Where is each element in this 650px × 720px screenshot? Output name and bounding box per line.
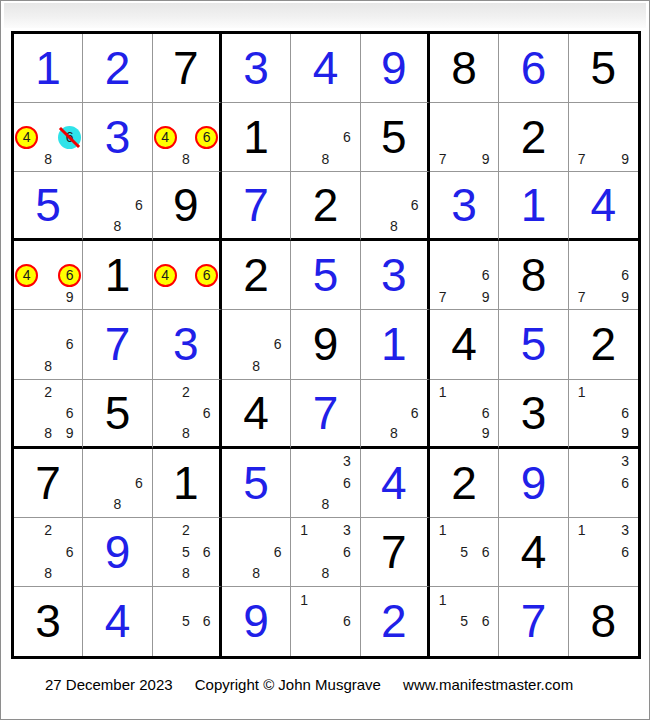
cell-r6c3[interactable]: 268: [153, 380, 222, 449]
solved-digit: 2: [381, 598, 407, 644]
candidate-digit: 9: [482, 151, 490, 167]
candidate-digit: 6: [66, 267, 74, 283]
candidate-1: 1: [432, 382, 453, 403]
candidate-6: 6: [59, 334, 80, 355]
candidate-6: 6: [59, 402, 80, 423]
candidate-4-circled: 4: [16, 126, 37, 147]
candidate-grid: 469: [16, 243, 80, 307]
cell-r3c2[interactable]: 68: [83, 172, 152, 241]
cell-r6c5[interactable]: 7: [291, 380, 360, 449]
candidate-digit: 6: [66, 544, 74, 560]
cell-r4c5[interactable]: 5: [291, 241, 360, 310]
candidate-digit: 2: [44, 522, 52, 538]
cell-r7c7[interactable]: 2: [430, 449, 499, 518]
candidate-9: 9: [614, 423, 636, 444]
candidate-digit: 6: [411, 197, 419, 213]
cell-r6c7[interactable]: 169: [430, 380, 499, 449]
candidate-digit: 8: [44, 565, 52, 581]
cell-r5c8[interactable]: 5: [499, 310, 568, 379]
given-digit: 3: [35, 598, 61, 644]
candidate-grid: 679: [432, 243, 496, 307]
candidate-digit: 9: [482, 289, 490, 305]
candidate-8: 8: [175, 563, 196, 584]
candidate-grid: 268: [155, 382, 217, 444]
given-digit: 8: [591, 598, 617, 644]
solved-digit: 1: [381, 321, 407, 367]
solved-digit: 5: [313, 252, 339, 298]
solved-digit: 9: [243, 598, 269, 644]
candidate-6: 6: [196, 541, 217, 562]
candidate-grid: 68: [224, 520, 288, 584]
cell-r1c2[interactable]: 2: [83, 34, 152, 103]
solved-digit: 4: [591, 182, 617, 228]
candidate-6: 6: [475, 265, 496, 286]
given-digit: 7: [35, 460, 61, 506]
cell-r8c6[interactable]: 7: [361, 518, 430, 587]
candidate-digit: 8: [114, 218, 122, 234]
cell-r8c1[interactable]: 268: [14, 518, 83, 587]
cell-r9c2[interactable]: 4: [83, 587, 152, 656]
candidate-6: 6: [475, 541, 496, 562]
solved-digit: 3: [105, 114, 131, 160]
candidate-6: 6: [614, 265, 636, 286]
candidate-grid: 169: [432, 382, 496, 444]
candidate-digit: 1: [578, 384, 586, 400]
candidate-digit: 6: [203, 613, 211, 629]
footer-copyright: Copyright © John Musgrave: [195, 676, 381, 693]
candidate-3: 3: [336, 451, 357, 472]
cell-r2c1[interactable]: 468: [14, 103, 83, 172]
candidate-digit: 8: [44, 151, 52, 167]
candidate-grid: 68: [363, 174, 425, 236]
candidate-8: 8: [245, 563, 266, 584]
candidate-8: 8: [107, 493, 128, 514]
candidate-grid: 468: [155, 105, 217, 169]
candidate-5: 5: [175, 541, 196, 562]
candidate-8: 8: [37, 148, 58, 169]
solved-digit: 5: [35, 182, 61, 228]
solved-digit: 4: [381, 460, 407, 506]
cell-r6c8[interactable]: 3: [499, 380, 568, 449]
cell-r1c1[interactable]: 1: [14, 34, 83, 103]
candidate-digit: 6: [135, 197, 143, 213]
cell-r9c6[interactable]: 2: [361, 587, 430, 656]
cell-r7c4[interactable]: 5: [222, 449, 291, 518]
cell-r6c9[interactable]: 169: [569, 380, 638, 449]
candidate-9: 9: [475, 148, 496, 169]
cell-r3c9[interactable]: 4: [569, 172, 638, 241]
cell-r3c6[interactable]: 68: [361, 172, 430, 241]
given-digit: 8: [451, 45, 477, 91]
candidate-6: 6: [336, 126, 357, 147]
cell-r2c2[interactable]: 3: [83, 103, 152, 172]
cell-r9c8[interactable]: 7: [499, 587, 568, 656]
candidate-6: 6: [614, 402, 636, 423]
solved-digit: 9: [521, 460, 547, 506]
candidate-digit: 1: [300, 522, 308, 538]
candidate-8: 8: [315, 563, 336, 584]
candidate-7: 7: [432, 286, 453, 307]
cell-r6c1[interactable]: 2689: [14, 380, 83, 449]
candidate-grid: 56: [155, 589, 217, 654]
footer-date: 27 December 2023: [45, 676, 173, 693]
cell-r4c3[interactable]: 46: [153, 241, 222, 310]
given-digit: 5: [591, 45, 617, 91]
candidate-6-circled: 6: [59, 265, 80, 286]
cell-r4c4[interactable]: 2: [222, 241, 291, 310]
solved-digit: 3: [451, 182, 477, 228]
solved-digit: 4: [313, 45, 339, 91]
cell-r8c2[interactable]: 9: [83, 518, 152, 587]
solved-digit: 9: [105, 529, 131, 575]
cell-r3c4[interactable]: 7: [222, 172, 291, 241]
candidate-digit: 6: [482, 544, 490, 560]
candidate-digit: 3: [343, 453, 351, 469]
candidate-digit: 6: [621, 405, 629, 421]
sudoku-page: 1273498654683468168579279568972683144691…: [0, 0, 650, 720]
cell-r8c3[interactable]: 2568: [153, 518, 222, 587]
candidate-7: 7: [571, 286, 593, 307]
cell-r8c4[interactable]: 68: [222, 518, 291, 587]
candidate-digit: 6: [343, 475, 351, 491]
candidate-4-circled: 4: [155, 126, 176, 147]
candidate-2: 2: [37, 382, 58, 403]
candidate-grid: 68: [363, 382, 425, 444]
solved-digit: 1: [521, 182, 547, 228]
candidate-6-circled: 6: [196, 265, 217, 286]
solved-digit: 7: [313, 390, 339, 436]
candidate-1: 1: [293, 520, 314, 541]
candidate-digit: 7: [439, 289, 447, 305]
cell-r5c4[interactable]: 68: [222, 310, 291, 379]
cell-r1c6[interactable]: 9: [361, 34, 430, 103]
cell-r4c8[interactable]: 8: [499, 241, 568, 310]
candidate-digit: 4: [161, 129, 169, 145]
candidate-grid: 36: [571, 451, 636, 515]
given-digit: 7: [381, 529, 407, 575]
candidate-digit: 6: [343, 613, 351, 629]
candidate-6: 6: [404, 195, 425, 216]
candidate-7: 7: [571, 148, 593, 169]
candidate-digit: 6: [482, 267, 490, 283]
candidate-digit: 5: [182, 544, 190, 560]
solved-digit: 5: [521, 321, 547, 367]
candidate-digit: 6: [66, 336, 74, 352]
candidate-6: 6: [614, 472, 636, 493]
cell-r2c8[interactable]: 2: [499, 103, 568, 172]
candidate-digit: 1: [439, 592, 447, 608]
solved-digit: 3: [243, 45, 269, 91]
candidate-digit: 4: [23, 129, 31, 145]
candidate-grid: 2689: [16, 382, 80, 444]
candidate-digit: 8: [322, 151, 330, 167]
candidate-digit: 6: [621, 267, 629, 283]
candidate-digit: 8: [182, 151, 190, 167]
candidate-digit: 6: [482, 405, 490, 421]
candidate-9: 9: [475, 423, 496, 444]
candidate-6: 6: [196, 611, 217, 633]
candidate-digit: 6: [66, 405, 74, 421]
candidate-6: 6: [336, 611, 357, 633]
candidate-8: 8: [37, 423, 58, 444]
candidate-6: 6: [404, 402, 425, 423]
candidate-digit: 9: [621, 289, 629, 305]
candidate-digit: 8: [44, 358, 52, 374]
cell-r8c7[interactable]: 156: [430, 518, 499, 587]
candidate-grid: 79: [432, 105, 496, 169]
solved-digit: 7: [521, 598, 547, 644]
cell-r7c5[interactable]: 368: [291, 449, 360, 518]
candidate-grid: 68: [224, 312, 288, 376]
cell-r8c5[interactable]: 1368: [291, 518, 360, 587]
candidate-grid: 368: [293, 451, 357, 515]
cell-r1c8[interactable]: 6: [499, 34, 568, 103]
candidate-grid: 268: [16, 520, 80, 584]
candidate-digit: 3: [621, 453, 629, 469]
candidate-digit: 6: [203, 129, 211, 145]
candidate-8: 8: [383, 423, 404, 444]
cell-r9c5[interactable]: 16: [291, 587, 360, 656]
candidate-digit: 2: [44, 384, 52, 400]
candidate-digit: 6: [203, 267, 211, 283]
solved-digit: 5: [243, 460, 269, 506]
candidate-digit: 9: [621, 425, 629, 441]
cell-r4c6[interactable]: 3: [361, 241, 430, 310]
candidate-6: 6: [267, 334, 288, 355]
given-digit: 2: [243, 252, 269, 298]
candidate-digit: 5: [460, 613, 468, 629]
candidate-3: 3: [614, 520, 636, 541]
candidate-grid: 68: [293, 105, 357, 169]
candidate-6: 6: [267, 541, 288, 562]
candidate-8: 8: [315, 148, 336, 169]
cell-r2c4[interactable]: 1: [222, 103, 291, 172]
candidate-6-circled: 6: [196, 126, 217, 147]
candidate-digit: 9: [66, 425, 74, 441]
given-digit: 4: [243, 390, 269, 436]
candidate-6: 6: [475, 402, 496, 423]
given-digit: 2: [313, 182, 339, 228]
cell-r3c5[interactable]: 2: [291, 172, 360, 241]
cell-r7c6[interactable]: 4: [361, 449, 430, 518]
candidate-digit: 1: [439, 522, 447, 538]
candidate-digit: 2: [182, 522, 190, 538]
given-digit: 1: [173, 460, 199, 506]
candidate-1: 1: [432, 589, 453, 611]
given-digit: 2: [451, 460, 477, 506]
cell-r2c9[interactable]: 79: [569, 103, 638, 172]
candidate-grid: 16: [293, 589, 357, 654]
cell-r5c1[interactable]: 68: [14, 310, 83, 379]
cell-r7c3[interactable]: 1: [153, 449, 222, 518]
candidate-8: 8: [175, 148, 196, 169]
candidate-6: 6: [336, 472, 357, 493]
candidate-digit: 8: [182, 425, 190, 441]
cell-r3c3[interactable]: 9: [153, 172, 222, 241]
candidate-grid: 156: [432, 520, 496, 584]
candidate-digit: 6: [203, 544, 211, 560]
candidate-digit: 8: [322, 496, 330, 512]
solved-digit: 6: [521, 45, 547, 91]
cell-r3c1[interactable]: 5: [14, 172, 83, 241]
cell-r9c3[interactable]: 56: [153, 587, 222, 656]
cell-r5c7[interactable]: 4: [430, 310, 499, 379]
candidate-5: 5: [453, 541, 474, 562]
solved-digit: 2: [105, 45, 131, 91]
cell-r6c6[interactable]: 68: [361, 380, 430, 449]
candidate-grid: 68: [85, 451, 149, 515]
cell-r4c9[interactable]: 679: [569, 241, 638, 310]
candidate-digit: 7: [439, 151, 447, 167]
candidate-grid: 679: [571, 243, 636, 307]
candidate-8: 8: [315, 493, 336, 514]
candidate-grid: 156: [432, 589, 496, 654]
cell-r4c2[interactable]: 1: [83, 241, 152, 310]
candidate-3: 3: [336, 520, 357, 541]
solved-digit: 7: [105, 321, 131, 367]
candidate-6: 6: [196, 402, 217, 423]
candidate-8: 8: [175, 423, 196, 444]
cell-r5c2[interactable]: 7: [83, 310, 152, 379]
candidate-6: 6: [475, 611, 496, 633]
candidate-digit: 8: [44, 425, 52, 441]
candidate-8: 8: [37, 563, 58, 584]
candidate-digit: 6: [482, 613, 490, 629]
footer: 27 December 2023 Copyright © John Musgra…: [45, 676, 573, 694]
given-digit: 2: [521, 114, 547, 160]
candidate-6: 6: [128, 472, 149, 493]
candidate-digit: 6: [411, 405, 419, 421]
candidate-8: 8: [383, 216, 404, 237]
candidate-8: 8: [245, 355, 266, 376]
candidate-digit: 5: [182, 613, 190, 629]
candidate-5: 5: [453, 611, 474, 633]
candidate-digit: 4: [161, 267, 169, 283]
candidate-digit: 6: [621, 475, 629, 491]
candidate-grid: 46: [155, 243, 217, 307]
candidate-digit: 9: [621, 151, 629, 167]
cell-r1c5[interactable]: 4: [291, 34, 360, 103]
candidate-grid: 1368: [293, 520, 357, 584]
footer-website: www.manifestmaster.com: [403, 676, 573, 693]
cell-r7c1[interactable]: 7: [14, 449, 83, 518]
candidate-3: 3: [614, 451, 636, 472]
cell-r9c4[interactable]: 9: [222, 587, 291, 656]
candidate-digit: 8: [252, 358, 260, 374]
given-digit: 4: [521, 529, 547, 575]
candidate-digit: 6: [343, 544, 351, 560]
given-digit: 5: [381, 114, 407, 160]
given-digit: 3: [521, 390, 547, 436]
candidate-8: 8: [107, 216, 128, 237]
candidate-digit: 7: [578, 151, 586, 167]
candidate-grid: 79: [571, 105, 636, 169]
cell-r4c7[interactable]: 679: [430, 241, 499, 310]
cell-r8c9[interactable]: 136: [569, 518, 638, 587]
cell-r6c2[interactable]: 5: [83, 380, 152, 449]
candidate-digit: 6: [621, 544, 629, 560]
cell-r2c6[interactable]: 5: [361, 103, 430, 172]
cell-r7c8[interactable]: 9: [499, 449, 568, 518]
cell-r2c3[interactable]: 468: [153, 103, 222, 172]
candidate-9: 9: [614, 148, 636, 169]
candidate-1: 1: [571, 382, 593, 403]
cell-r1c9[interactable]: 5: [569, 34, 638, 103]
cell-r5c5[interactable]: 9: [291, 310, 360, 379]
given-digit: 9: [173, 182, 199, 228]
cell-r4c1[interactable]: 469: [14, 241, 83, 310]
candidate-9: 9: [614, 286, 636, 307]
candidate-digit: 1: [578, 522, 586, 538]
candidate-grid: 68: [85, 174, 149, 236]
candidate-digit: 7: [578, 289, 586, 305]
candidate-digit: 6: [203, 405, 211, 421]
candidate-5: 5: [175, 611, 196, 633]
cell-r7c9[interactable]: 36: [569, 449, 638, 518]
candidate-8: 8: [37, 355, 58, 376]
cell-r1c4[interactable]: 3: [222, 34, 291, 103]
given-digit: 7: [173, 45, 199, 91]
candidate-1: 1: [293, 589, 314, 611]
candidate-digit: 8: [252, 565, 260, 581]
candidate-digit: 8: [322, 565, 330, 581]
cell-r3c8[interactable]: 1: [499, 172, 568, 241]
candidate-digit: 3: [343, 522, 351, 538]
cell-r8c8[interactable]: 4: [499, 518, 568, 587]
cell-r2c7[interactable]: 79: [430, 103, 499, 172]
candidate-grid: 2568: [155, 520, 217, 584]
cell-r5c6[interactable]: 1: [361, 310, 430, 379]
given-digit: 9: [313, 321, 339, 367]
cell-r5c9[interactable]: 2: [569, 310, 638, 379]
cell-r2c5[interactable]: 68: [291, 103, 360, 172]
candidate-4-circled: 4: [16, 265, 37, 286]
candidate-digit: 1: [439, 384, 447, 400]
solved-digit: 9: [381, 45, 407, 91]
cell-r1c7[interactable]: 8: [430, 34, 499, 103]
cell-r9c7[interactable]: 156: [430, 587, 499, 656]
cell-r1c3[interactable]: 7: [153, 34, 222, 103]
candidate-digit: 8: [390, 218, 398, 234]
candidate-digit: 9: [66, 289, 74, 305]
candidate-digit: 6: [274, 544, 282, 560]
cell-r5c3[interactable]: 3: [153, 310, 222, 379]
candidate-6-eliminated: 6: [59, 126, 80, 147]
cell-r7c2[interactable]: 68: [83, 449, 152, 518]
cell-r3c7[interactable]: 3: [430, 172, 499, 241]
candidate-grid: 136: [571, 520, 636, 584]
given-digit: 1: [243, 114, 269, 160]
given-digit: 2: [591, 321, 617, 367]
candidate-digit: 8: [182, 565, 190, 581]
candidate-digit: 2: [182, 384, 190, 400]
candidate-digit: 5: [460, 544, 468, 560]
candidate-grid: 468: [16, 105, 80, 169]
candidate-6: 6: [614, 541, 636, 562]
candidate-digit: 4: [23, 267, 31, 283]
candidate-grid: 68: [16, 312, 80, 376]
cell-r9c1[interactable]: 3: [14, 587, 83, 656]
cell-r9c9[interactable]: 8: [569, 587, 638, 656]
candidate-digit: 1: [300, 592, 308, 608]
candidate-6: 6: [128, 195, 149, 216]
solved-digit: 1: [35, 45, 61, 91]
candidate-digit: 6: [135, 475, 143, 491]
cell-r6c4[interactable]: 4: [222, 380, 291, 449]
candidate-digit: 3: [621, 522, 629, 538]
candidate-digit: 8: [114, 496, 122, 512]
solved-digit: 4: [105, 598, 131, 644]
